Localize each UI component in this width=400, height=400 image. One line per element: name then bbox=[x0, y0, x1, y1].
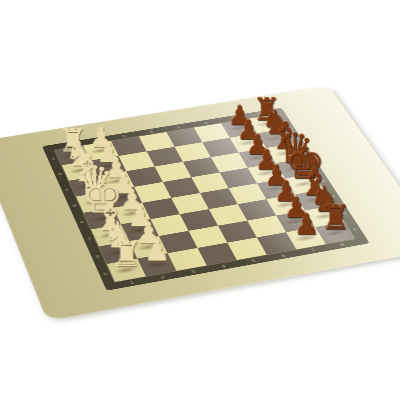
coordinate-label: 6 bbox=[281, 253, 287, 257]
board-frame: aa11bb22cc33dd44ee55ff66gg77hh88 bbox=[42, 108, 370, 291]
coordinate-label: 1 bbox=[129, 280, 135, 284]
coordinate-label: 1 bbox=[65, 143, 70, 147]
coordinate-label: 7 bbox=[310, 248, 316, 252]
coordinate-label: a bbox=[51, 157, 56, 161]
coordinate-label: 3 bbox=[121, 134, 126, 137]
square-h8[interactable] bbox=[315, 222, 355, 244]
coordinate-label: g bbox=[341, 211, 347, 215]
coordinate-label: 8 bbox=[257, 112, 262, 115]
square-b2[interactable] bbox=[90, 156, 126, 176]
coordinate-label: h bbox=[352, 227, 358, 231]
coordinate-label: c bbox=[301, 148, 306, 151]
square-h2[interactable] bbox=[137, 253, 176, 276]
coordinate-label: d bbox=[72, 204, 77, 208]
coordinate-label: 5 bbox=[251, 258, 257, 262]
coordinate-label: 8 bbox=[339, 243, 345, 247]
coordinate-label: 7 bbox=[230, 117, 235, 120]
coordinate-label: f bbox=[331, 195, 335, 199]
coordinate-label: b bbox=[291, 134, 296, 137]
coordinate-label: b bbox=[58, 172, 63, 176]
coordinate-label: 2 bbox=[93, 139, 98, 143]
square-a8[interactable] bbox=[248, 115, 284, 134]
scene: aa11bb22cc33dd44ee55ff66gg77hh88 ♜♟♟♜♞♟♟… bbox=[0, 0, 400, 400]
coordinate-label: h bbox=[103, 272, 109, 276]
coordinate-label: 3 bbox=[190, 269, 196, 273]
coordinate-label: 4 bbox=[149, 130, 154, 133]
chess-board bbox=[55, 115, 355, 282]
coordinate-label: a bbox=[282, 119, 287, 122]
coordinate-label: e bbox=[79, 220, 84, 224]
board-mat: aa11bb22cc33dd44ee55ff66gg77hh88 ♜♟♟♜♞♟♟… bbox=[0, 86, 400, 321]
coordinate-label: 5 bbox=[176, 125, 181, 128]
chess-set-photo: aa11bb22cc33dd44ee55ff66gg77hh88 ♜♟♟♜♞♟♟… bbox=[0, 0, 400, 400]
coordinate-label: g bbox=[95, 254, 100, 258]
coordinate-label: 4 bbox=[221, 264, 227, 268]
coordinate-label: c bbox=[65, 188, 70, 192]
coordinate-label: e bbox=[321, 179, 326, 183]
coordinate-label: f bbox=[88, 237, 92, 241]
coordinate-label: d bbox=[310, 163, 316, 167]
coordinate-label: 6 bbox=[203, 121, 208, 124]
coordinate-label: 2 bbox=[160, 275, 166, 279]
